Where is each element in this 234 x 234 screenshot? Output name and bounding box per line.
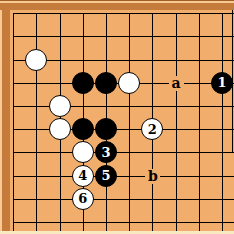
black-stone [72,72,94,94]
grid-line-horizontal [13,129,234,130]
white-stone [25,49,47,71]
white-stone-move-6: 6 [72,188,94,210]
go-board: ab123456 [0,0,234,234]
white-stone-move-2: 2 [141,118,163,140]
black-stone-move-5: 5 [95,165,117,187]
white-stone [72,141,94,163]
grid-line-horizontal [13,152,234,153]
white-stone [49,118,71,140]
grid-line-horizontal [13,176,234,177]
black-stone [95,118,117,140]
grid-line-horizontal [13,36,234,37]
black-stone-move-3: 3 [95,141,117,163]
right-crop-artifact-line [232,10,233,153]
go-diagram: ab123456 [0,0,234,234]
black-stone [95,72,117,94]
white-stone [118,72,140,94]
point-label-a: a [169,76,184,91]
black-stone [72,118,94,140]
white-stone-move-4: 4 [72,165,94,187]
black-stone-move-1: 1 [211,72,233,94]
grid-line-horizontal [13,222,234,223]
grid-line-horizontal [13,199,234,200]
grid-line-horizontal [13,13,234,14]
point-label-b: b [145,169,160,184]
white-stone [49,95,71,117]
grid-line-horizontal [13,106,234,107]
page-background-strip [0,231,234,234]
